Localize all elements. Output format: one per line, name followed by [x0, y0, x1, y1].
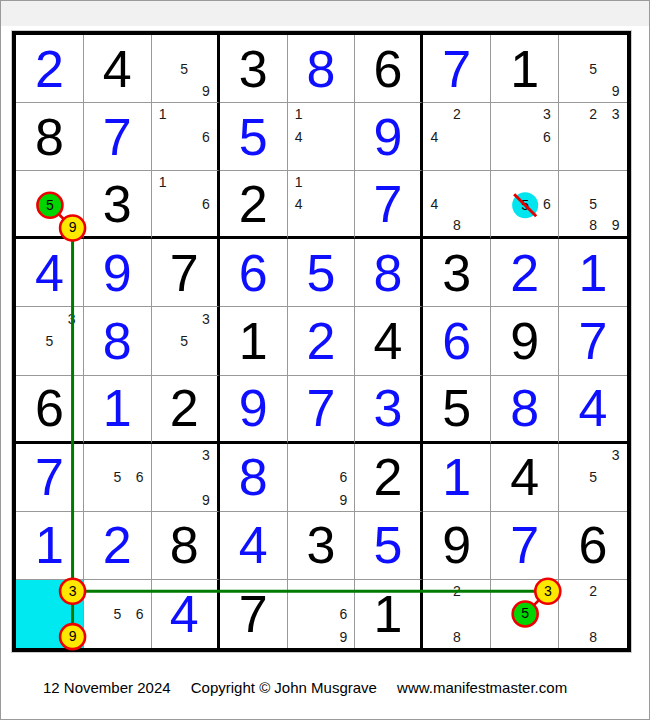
cell-r7c6[interactable]: 2: [355, 444, 423, 512]
candidate-9: 9: [604, 80, 627, 102]
cell-r2c5[interactable]: 14: [288, 103, 356, 171]
candidate-6: 6: [536, 125, 558, 147]
candidate-grid: 69: [288, 444, 355, 511]
candidate-3: 3: [195, 307, 217, 329]
cell-r3c1[interactable]: 59: [16, 171, 84, 239]
candidate-6: 6: [128, 466, 150, 488]
cell-r9c7[interactable]: 28: [423, 580, 491, 648]
solved-digit: 8: [288, 35, 355, 102]
candidate-6: 6: [332, 466, 354, 488]
candidate-3: 3: [61, 580, 83, 603]
cell-r9c1[interactable]: 39: [16, 580, 84, 648]
solved-digit: 4: [220, 512, 287, 579]
cell-r6c3[interactable]: 2: [152, 376, 220, 444]
solved-digit: 4: [16, 239, 83, 306]
candidate-3: 3: [195, 444, 217, 466]
candidate-9: 9: [195, 488, 217, 510]
cell-r2c7[interactable]: 24: [423, 103, 491, 171]
solved-digit: 6: [220, 239, 287, 306]
solved-digit: 7: [16, 444, 83, 511]
cell-r2c1[interactable]: 8: [16, 103, 84, 171]
cell-r3c4[interactable]: 2: [220, 171, 288, 239]
cell-r2c2[interactable]: 7: [84, 103, 152, 171]
cell-r6c8[interactable]: 8: [491, 376, 559, 444]
candidate-2: 2: [582, 580, 605, 603]
given-digit: 3: [84, 171, 151, 236]
candidate-grid: 48: [423, 171, 490, 236]
cell-r8c1[interactable]: 1: [16, 512, 84, 580]
cell-r7c8[interactable]: 4: [491, 444, 559, 512]
cell-r7c4[interactable]: 8: [220, 444, 288, 512]
solved-digit: 8: [84, 307, 151, 374]
cell-r2c4[interactable]: 5: [220, 103, 288, 171]
cell-r1c7[interactable]: 7: [423, 35, 491, 103]
cell-r6c7[interactable]: 5: [423, 376, 491, 444]
cell-r4c5[interactable]: 5: [288, 239, 356, 307]
candidate-2: 2: [446, 103, 468, 125]
candidate-5: 5: [38, 193, 60, 215]
cell-r9c6[interactable]: 1: [355, 580, 423, 648]
solved-digit: 1: [559, 239, 627, 306]
solved-digit: 1: [16, 512, 83, 579]
given-digit: 9: [491, 307, 558, 374]
candidate-grid: 35: [491, 580, 558, 648]
cell-r1c9[interactable]: 59: [559, 35, 627, 103]
cell-r6c6[interactable]: 3: [355, 376, 423, 444]
given-digit: 5: [423, 376, 490, 441]
cell-r9c4[interactable]: 7: [220, 580, 288, 648]
given-digit: 1: [355, 580, 420, 648]
solved-digit: 5: [220, 103, 287, 170]
given-digit: 2: [355, 444, 420, 511]
cell-r6c4[interactable]: 9: [220, 376, 288, 444]
cell-r4c3[interactable]: 7: [152, 239, 220, 307]
cell-r5c7[interactable]: 6: [423, 307, 491, 375]
candidate-grid: 23: [559, 103, 627, 170]
cell-r7c2[interactable]: 56: [84, 444, 152, 512]
given-digit: 7: [220, 580, 287, 648]
cell-r4c9[interactable]: 1: [559, 239, 627, 307]
given-digit: 3: [220, 35, 287, 102]
given-digit: 8: [152, 512, 217, 579]
candidate-9: 9: [604, 215, 627, 237]
candidate-9: 9: [61, 215, 83, 237]
cell-r3c3[interactable]: 16: [152, 171, 220, 239]
cell-r7c7[interactable]: 1: [423, 444, 491, 512]
cell-r1c8[interactable]: 1: [491, 35, 559, 103]
solved-digit: 1: [84, 376, 151, 441]
cell-r6c1[interactable]: 6: [16, 376, 84, 444]
given-digit: 2: [220, 171, 287, 236]
candidate-5: 5: [38, 330, 60, 352]
candidate-3: 3: [604, 103, 627, 125]
candidate-8: 8: [446, 215, 468, 237]
cell-r3c2[interactable]: 3: [84, 171, 152, 239]
solved-digit: 7: [288, 376, 355, 441]
candidate-grid: 56: [84, 580, 151, 648]
cell-r8c4[interactable]: 4: [220, 512, 288, 580]
given-digit: 6: [559, 512, 627, 579]
cell-r5c4[interactable]: 1: [220, 307, 288, 375]
candidate-grid: 56: [84, 444, 151, 511]
candidate-3: 3: [61, 307, 83, 329]
solved-digit: 8: [220, 444, 287, 511]
candidate-5: 5: [582, 466, 605, 488]
cell-r7c3[interactable]: 39: [152, 444, 220, 512]
cell-r2c3[interactable]: 16: [152, 103, 220, 171]
solved-digit: 4: [152, 580, 217, 648]
given-digit: 4: [84, 35, 151, 102]
cell-r3c9[interactable]: 589: [559, 171, 627, 239]
candidate-grid: 14: [288, 103, 355, 170]
given-digit: 7: [152, 239, 217, 306]
candidate-5: 5: [514, 193, 536, 215]
page: 2459386715987165149243623593162147485658…: [0, 0, 650, 720]
given-digit: 6: [16, 376, 83, 441]
candidate-4: 4: [288, 193, 310, 215]
cell-r5c3[interactable]: 35: [152, 307, 220, 375]
candidate-grid: 35: [152, 307, 217, 374]
solved-digit: 7: [491, 512, 558, 579]
solved-digit: 9: [355, 103, 420, 170]
candidate-grid: 28: [423, 580, 490, 648]
cell-r4c6[interactable]: 8: [355, 239, 423, 307]
candidate-5: 5: [106, 466, 128, 488]
candidate-6: 6: [536, 193, 558, 215]
footer: 12 November 2024 Copyright © John Musgra…: [43, 679, 583, 696]
cell-r8c7[interactable]: 9: [423, 512, 491, 580]
candidate-grid: 59: [152, 35, 217, 102]
candidate-grid: 35: [16, 307, 83, 374]
solved-digit: 7: [559, 307, 627, 374]
cell-r6c2[interactable]: 1: [84, 376, 152, 444]
cell-r5c5[interactable]: 2: [288, 307, 356, 375]
sudoku-grid: 2459386715987165149243623593162147485658…: [16, 35, 627, 648]
sudoku-board: 2459386715987165149243623593162147485658…: [12, 31, 631, 652]
cell-r1c3[interactable]: 59: [152, 35, 220, 103]
solved-digit: 5: [288, 239, 355, 306]
cell-r3c6[interactable]: 7: [355, 171, 423, 239]
cell-r1c6[interactable]: 6: [355, 35, 423, 103]
cell-r8c8[interactable]: 7: [491, 512, 559, 580]
cell-r1c2[interactable]: 4: [84, 35, 152, 103]
solved-digit: 1: [423, 444, 490, 511]
cell-r9c5[interactable]: 69: [288, 580, 356, 648]
candidate-4: 4: [423, 125, 445, 147]
cell-r5c8[interactable]: 9: [491, 307, 559, 375]
footer-copyright: Copyright © John Musgrave: [191, 679, 377, 696]
given-digit: 1: [220, 307, 287, 374]
cell-r4c8[interactable]: 2: [491, 239, 559, 307]
given-digit: 2: [152, 376, 217, 441]
candidate-3: 3: [536, 103, 558, 125]
footer-date: 12 November 2024: [43, 679, 171, 696]
candidate-4: 4: [288, 125, 310, 147]
cell-r1c5[interactable]: 8: [288, 35, 356, 103]
given-digit: 4: [355, 307, 420, 374]
solved-digit: 9: [220, 376, 287, 441]
candidate-9: 9: [332, 625, 354, 648]
solved-digit: 3: [355, 376, 420, 441]
solved-digit: 8: [491, 376, 558, 441]
given-digit: 3: [423, 239, 490, 306]
candidate-9: 9: [61, 625, 83, 648]
candidate-grid: 16: [152, 103, 217, 170]
cell-r1c1[interactable]: 2: [16, 35, 84, 103]
solved-digit: 7: [84, 103, 151, 170]
candidate-grid: 56: [491, 171, 558, 236]
solved-digit: 4: [559, 376, 627, 441]
candidate-6: 6: [332, 603, 354, 626]
cell-r1c4[interactable]: 3: [220, 35, 288, 103]
cell-r7c5[interactable]: 69: [288, 444, 356, 512]
cell-r8c2[interactable]: 2: [84, 512, 152, 580]
cell-r4c2[interactable]: 9: [84, 239, 152, 307]
cell-r5c6[interactable]: 4: [355, 307, 423, 375]
given-digit: 3: [288, 512, 355, 579]
candidate-1: 1: [152, 171, 174, 193]
candidate-8: 8: [582, 625, 605, 648]
candidate-5: 5: [582, 57, 605, 79]
cell-r3c5[interactable]: 14: [288, 171, 356, 239]
cell-r5c1[interactable]: 35: [16, 307, 84, 375]
cell-r2c6[interactable]: 9: [355, 103, 423, 171]
cell-r6c5[interactable]: 7: [288, 376, 356, 444]
candidate-grid: 69: [288, 580, 355, 648]
solved-digit: 7: [355, 171, 420, 236]
cell-r4c7[interactable]: 3: [423, 239, 491, 307]
cell-r7c1[interactable]: 7: [16, 444, 84, 512]
cell-r7c9[interactable]: 35: [559, 444, 627, 512]
candidate-6: 6: [128, 603, 150, 626]
candidate-grid: 24: [423, 103, 490, 170]
candidate-5: 5: [173, 330, 195, 352]
candidate-grid: 36: [491, 103, 558, 170]
given-digit: 4: [491, 444, 558, 511]
solved-digit: 2: [491, 239, 558, 306]
candidate-grid: 59: [16, 171, 83, 236]
cell-r5c9[interactable]: 7: [559, 307, 627, 375]
candidate-2: 2: [582, 103, 605, 125]
cell-r2c8[interactable]: 36: [491, 103, 559, 171]
candidate-1: 1: [288, 171, 310, 193]
candidate-2: 2: [446, 580, 468, 603]
candidate-5: 5: [173, 57, 195, 79]
solved-digit: 7: [423, 35, 490, 102]
cell-r9c3[interactable]: 4: [152, 580, 220, 648]
cell-r5c2[interactable]: 8: [84, 307, 152, 375]
candidate-5: 5: [106, 603, 128, 626]
candidate-3: 3: [536, 580, 558, 603]
candidate-6: 6: [195, 125, 217, 147]
cell-r2c9[interactable]: 23: [559, 103, 627, 171]
cell-r3c7[interactable]: 48: [423, 171, 491, 239]
cell-r9c8[interactable]: 35: [491, 580, 559, 648]
solved-digit: 5: [355, 512, 420, 579]
given-digit: 1: [491, 35, 558, 102]
candidate-4: 4: [423, 193, 445, 215]
candidate-6: 6: [195, 193, 217, 215]
solved-digit: 8: [355, 239, 420, 306]
candidate-9: 9: [195, 80, 217, 102]
cell-r6c9[interactable]: 4: [559, 376, 627, 444]
candidate-grid: 35: [559, 444, 627, 511]
given-digit: 6: [355, 35, 420, 102]
candidate-8: 8: [582, 215, 605, 237]
candidate-5: 5: [582, 193, 605, 215]
solved-digit: 2: [16, 35, 83, 102]
candidate-grid: 39: [16, 580, 83, 648]
cell-r8c5[interactable]: 3: [288, 512, 356, 580]
cell-r8c9[interactable]: 6: [559, 512, 627, 580]
candidate-grid: 14: [288, 171, 355, 236]
candidate-9: 9: [332, 488, 354, 510]
cell-r8c6[interactable]: 5: [355, 512, 423, 580]
candidate-5: 5: [514, 603, 536, 626]
candidate-3: 3: [604, 444, 627, 466]
candidate-grid: 39: [152, 444, 217, 511]
candidate-1: 1: [288, 103, 310, 125]
given-digit: 8: [16, 103, 83, 170]
cell-r3c8[interactable]: 56: [491, 171, 559, 239]
given-digit: 9: [423, 512, 490, 579]
cell-r4c1[interactable]: 4: [16, 239, 84, 307]
candidate-grid: 589: [559, 171, 627, 236]
candidate-grid: 16: [152, 171, 217, 236]
candidate-1: 1: [152, 103, 174, 125]
cell-r9c2[interactable]: 56: [84, 580, 152, 648]
cell-r9c9[interactable]: 28: [559, 580, 627, 648]
solved-digit: 6: [423, 307, 490, 374]
solved-digit: 2: [84, 512, 151, 579]
solved-digit: 9: [84, 239, 151, 306]
footer-website: www.manifestmaster.com: [397, 679, 567, 696]
candidate-grid: 28: [559, 580, 627, 648]
cell-r4c4[interactable]: 6: [220, 239, 288, 307]
candidate-grid: 59: [559, 35, 627, 102]
cell-r8c3[interactable]: 8: [152, 512, 220, 580]
candidate-8: 8: [446, 625, 468, 648]
window-top-strip: [1, 1, 649, 26]
solved-digit: 2: [288, 307, 355, 374]
